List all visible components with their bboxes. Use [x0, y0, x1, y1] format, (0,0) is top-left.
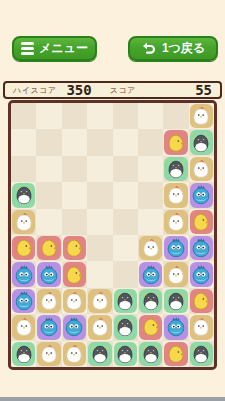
- piece-penguin[interactable]: [139, 342, 162, 366]
- board-cell: [62, 235, 87, 261]
- board-cell: [11, 103, 36, 129]
- piece-blue-bird[interactable]: [12, 262, 35, 286]
- piece-penguin[interactable]: [139, 289, 162, 313]
- board-cell: [138, 288, 163, 314]
- board-cell: [62, 182, 87, 208]
- board-cell: [36, 156, 61, 182]
- score-value: 55: [195, 83, 212, 97]
- piece-white-chicken[interactable]: [12, 210, 35, 234]
- menu-button-label: メニュー: [39, 40, 88, 57]
- piece-white-chicken[interactable]: [164, 262, 187, 286]
- score-label: スコア: [110, 85, 136, 96]
- board-cell: [11, 261, 36, 287]
- board-cell: [138, 156, 163, 182]
- undo-button[interactable]: 1つ戻る: [128, 36, 218, 61]
- board-cell: [163, 235, 188, 261]
- board-cell: [36, 129, 61, 155]
- board-cell: [62, 314, 87, 340]
- board-cell: [138, 314, 163, 340]
- board-cell: [163, 103, 188, 129]
- board-cell: [138, 182, 163, 208]
- board-cell: [62, 209, 87, 235]
- board-cell: [189, 103, 214, 129]
- piece-blue-bird[interactable]: [37, 262, 60, 286]
- board-cell: [189, 156, 214, 182]
- board-cell: [87, 288, 112, 314]
- undo-button-label: 1つ戻る: [162, 40, 205, 57]
- game-board[interactable]: [8, 100, 217, 370]
- board-cell: [36, 103, 61, 129]
- board-cell: [163, 156, 188, 182]
- menu-button[interactable]: メニュー: [12, 36, 97, 61]
- piece-white-chicken[interactable]: [63, 342, 86, 366]
- board-cell: [36, 341, 61, 367]
- piece-white-chicken[interactable]: [37, 342, 60, 366]
- highscore-value: 350: [66, 83, 91, 97]
- board-cell: [113, 314, 138, 340]
- piece-blue-bird[interactable]: [37, 315, 60, 339]
- board-cell: [189, 341, 214, 367]
- board-cell: [11, 209, 36, 235]
- board-cell: [189, 129, 214, 155]
- piece-blue-bird[interactable]: [190, 183, 213, 207]
- hamburger-menu-icon: [21, 42, 34, 55]
- piece-penguin[interactable]: [114, 289, 137, 313]
- piece-blue-bird[interactable]: [12, 289, 35, 313]
- piece-penguin[interactable]: [190, 130, 213, 154]
- board-cell: [36, 209, 61, 235]
- top-button-row: メニュー 1つ戻る: [12, 36, 218, 61]
- board-cell: [189, 209, 214, 235]
- piece-yellow-chick[interactable]: [139, 315, 162, 339]
- piece-yellow-chick[interactable]: [190, 289, 213, 313]
- board-cell: [189, 182, 214, 208]
- board-cell: [87, 156, 112, 182]
- board-cell: [189, 314, 214, 340]
- piece-yellow-chick[interactable]: [190, 210, 213, 234]
- piece-yellow-chick[interactable]: [164, 130, 187, 154]
- board-cell: [113, 341, 138, 367]
- board-cell: [36, 288, 61, 314]
- piece-white-chicken[interactable]: [12, 315, 35, 339]
- board-cell: [11, 156, 36, 182]
- piece-penguin[interactable]: [12, 342, 35, 366]
- piece-penguin[interactable]: [164, 289, 187, 313]
- board-cell: [113, 288, 138, 314]
- piece-white-chicken[interactable]: [190, 315, 213, 339]
- board-cell: [189, 288, 214, 314]
- piece-white-chicken[interactable]: [164, 183, 187, 207]
- board-cell: [163, 129, 188, 155]
- board-cell: [163, 288, 188, 314]
- board-cell: [138, 103, 163, 129]
- board-cell: [11, 288, 36, 314]
- piece-yellow-chick[interactable]: [63, 262, 86, 286]
- piece-white-chicken[interactable]: [63, 289, 86, 313]
- piece-blue-bird[interactable]: [190, 236, 213, 260]
- board-cell: [163, 261, 188, 287]
- piece-penguin[interactable]: [12, 183, 35, 207]
- board-cell: [62, 288, 87, 314]
- board-cell: [113, 182, 138, 208]
- board-cell: [87, 314, 112, 340]
- board-cell: [11, 182, 36, 208]
- board-cell: [113, 129, 138, 155]
- score-bar: ハイスコア 350 スコア 55: [3, 81, 222, 99]
- piece-penguin[interactable]: [114, 342, 137, 366]
- board-cell: [138, 209, 163, 235]
- piece-blue-bird[interactable]: [63, 315, 86, 339]
- piece-penguin[interactable]: [190, 342, 213, 366]
- board-cell: [62, 156, 87, 182]
- board-cell: [189, 261, 214, 287]
- board-cell: [36, 314, 61, 340]
- board-cell: [163, 314, 188, 340]
- piece-yellow-chick[interactable]: [12, 236, 35, 260]
- piece-white-chicken[interactable]: [164, 210, 187, 234]
- piece-blue-bird[interactable]: [139, 262, 162, 286]
- piece-white-chicken[interactable]: [190, 157, 213, 181]
- piece-penguin[interactable]: [164, 157, 187, 181]
- board-cell: [163, 341, 188, 367]
- board-cell: [87, 341, 112, 367]
- board-cell: [62, 103, 87, 129]
- board-cell: [87, 209, 112, 235]
- board-cell: [36, 182, 61, 208]
- board-cell: [36, 235, 61, 261]
- piece-penguin[interactable]: [114, 315, 137, 339]
- board-cell: [113, 156, 138, 182]
- board-cell: [36, 261, 61, 287]
- board-cell: [163, 182, 188, 208]
- board-cell: [189, 235, 214, 261]
- board-cell: [113, 261, 138, 287]
- board-cell: [11, 235, 36, 261]
- board-cell: [138, 341, 163, 367]
- board-cell: [138, 261, 163, 287]
- board-cell: [163, 209, 188, 235]
- board-cell: [62, 129, 87, 155]
- board-cell: [87, 103, 112, 129]
- undo-arrow-icon: [141, 41, 157, 57]
- piece-blue-bird[interactable]: [164, 315, 187, 339]
- piece-white-chicken[interactable]: [88, 315, 111, 339]
- board-cell: [113, 209, 138, 235]
- board-cell: [87, 235, 112, 261]
- bottom-system-strip: [0, 397, 225, 401]
- board-cell: [138, 129, 163, 155]
- piece-white-chicken[interactable]: [190, 104, 213, 128]
- board-cell: [113, 103, 138, 129]
- board-cell: [87, 182, 112, 208]
- piece-white-chicken[interactable]: [139, 236, 162, 260]
- piece-white-chicken[interactable]: [88, 289, 111, 313]
- board-cell: [62, 261, 87, 287]
- board-cell: [138, 235, 163, 261]
- piece-yellow-chick[interactable]: [164, 342, 187, 366]
- board-cell: [11, 314, 36, 340]
- board-cell: [113, 235, 138, 261]
- piece-yellow-chick[interactable]: [37, 236, 60, 260]
- board-cell: [87, 261, 112, 287]
- piece-yellow-chick[interactable]: [63, 236, 86, 260]
- piece-blue-bird[interactable]: [164, 236, 187, 260]
- board-cell: [87, 129, 112, 155]
- piece-white-chicken[interactable]: [37, 289, 60, 313]
- board-cell: [11, 129, 36, 155]
- board-cell: [62, 341, 87, 367]
- piece-blue-bird[interactable]: [190, 262, 213, 286]
- board-cell: [11, 341, 36, 367]
- piece-penguin[interactable]: [88, 342, 111, 366]
- highscore-label: ハイスコア: [13, 85, 56, 96]
